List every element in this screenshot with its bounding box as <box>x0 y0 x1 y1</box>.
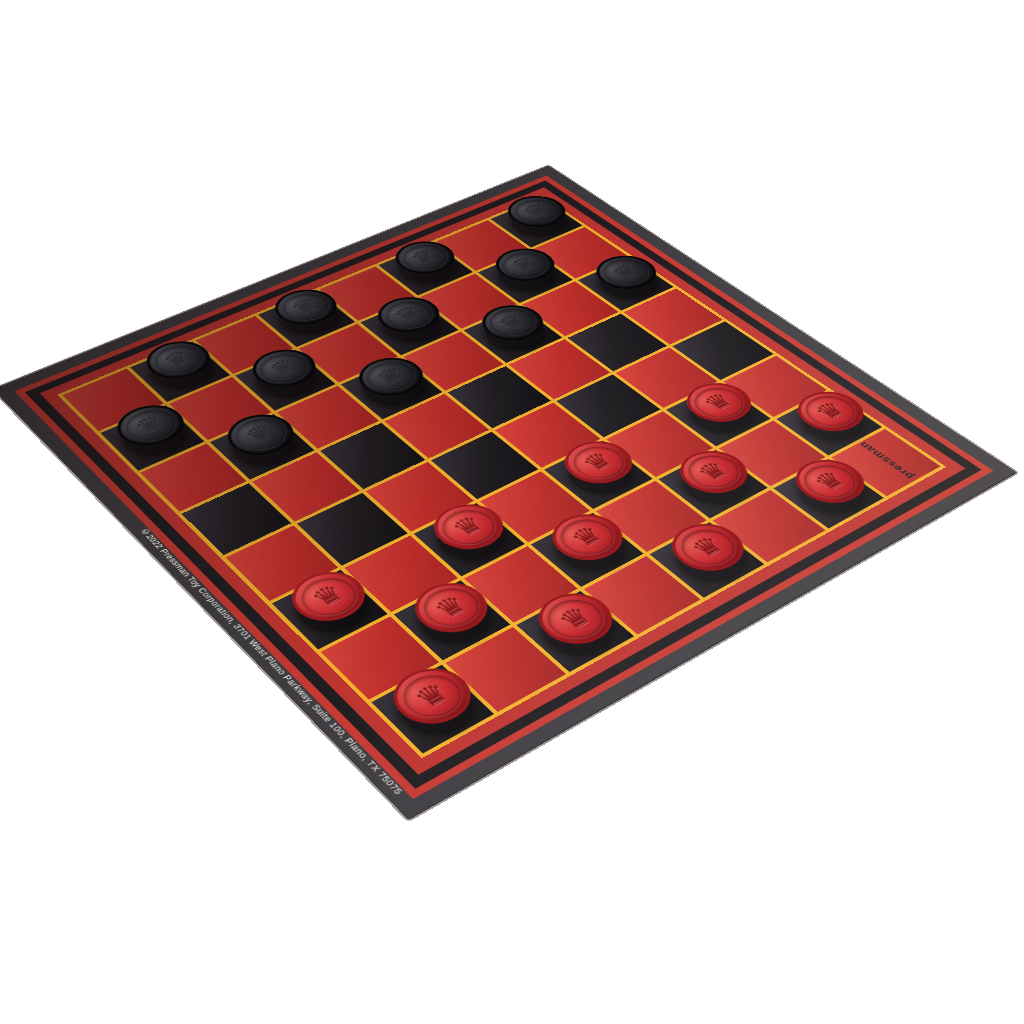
crown-icon: ♛ <box>810 399 851 423</box>
crown-icon: ♛ <box>241 422 281 447</box>
crown-icon: ♛ <box>699 390 739 414</box>
crown-icon: ♛ <box>287 296 324 317</box>
border-red-margin-band: ♛♛♛♛♛♛♛♛♛♛♛♛♛♛♛♛♛♛♛♛♛♛♛♛pressman <box>40 187 966 774</box>
photo-background: ♛♛♛♛♛♛♛♛♛♛♛♛♛♛♛♛♛♛♛♛♛♛♛♛pressman ©2022 P… <box>0 0 1024 1024</box>
checker-face: ♛ <box>539 505 637 569</box>
checker-black[interactable]: ♛ <box>108 410 197 466</box>
crown-icon: ♛ <box>519 202 554 221</box>
border-black-band: ♛♛♛♛♛♛♛♛♛♛♛♛♛♛♛♛♛♛♛♛♛♛♛♛pressman <box>25 180 982 788</box>
crown-icon: ♛ <box>307 581 351 611</box>
play-area: ♛♛♛♛♛♛♛♛♛♛♛♛♛♛♛♛♛♛♛♛♛♛♛♛pressman <box>57 195 946 758</box>
crown-icon: ♛ <box>566 523 609 551</box>
crown-icon: ♛ <box>809 468 851 495</box>
border-red-pinstripe: ♛♛♛♛♛♛♛♛♛♛♛♛♛♛♛♛♛♛♛♛♛♛♛♛pressman <box>14 175 993 799</box>
crown-icon: ♛ <box>160 348 198 371</box>
crown-icon: ♛ <box>265 356 303 379</box>
crown-icon: ♛ <box>407 247 443 267</box>
crown-icon: ♛ <box>131 413 170 438</box>
crown-icon: ♛ <box>686 533 730 562</box>
crown-icon: ♛ <box>447 513 489 541</box>
crown-icon: ♛ <box>507 255 543 275</box>
pressman-logo: pressman <box>856 440 918 481</box>
crown-icon: ♛ <box>390 304 427 326</box>
checkers-board: ♛♛♛♛♛♛♛♛♛♛♛♛♛♛♛♛♛♛♛♛♛♛♛♛pressman ©2022 P… <box>0 166 1017 820</box>
crown-icon: ♛ <box>494 312 532 334</box>
crown-icon: ♛ <box>578 449 619 475</box>
crown-icon: ♛ <box>372 365 410 388</box>
crown-icon: ♛ <box>693 459 735 485</box>
crown-icon: ♛ <box>608 262 645 282</box>
dark-square[interactable]: ♛ <box>544 441 652 509</box>
crown-icon: ♛ <box>429 592 473 623</box>
crown-icon: ♛ <box>553 603 598 634</box>
crown-icon: ♛ <box>409 679 455 713</box>
border-outer-charcoal-band: ♛♛♛♛♛♛♛♛♛♛♛♛♛♛♛♛♛♛♛♛♛♛♛♛pressman <box>0 166 1017 820</box>
dark-square[interactable]: ♛ <box>413 503 525 576</box>
